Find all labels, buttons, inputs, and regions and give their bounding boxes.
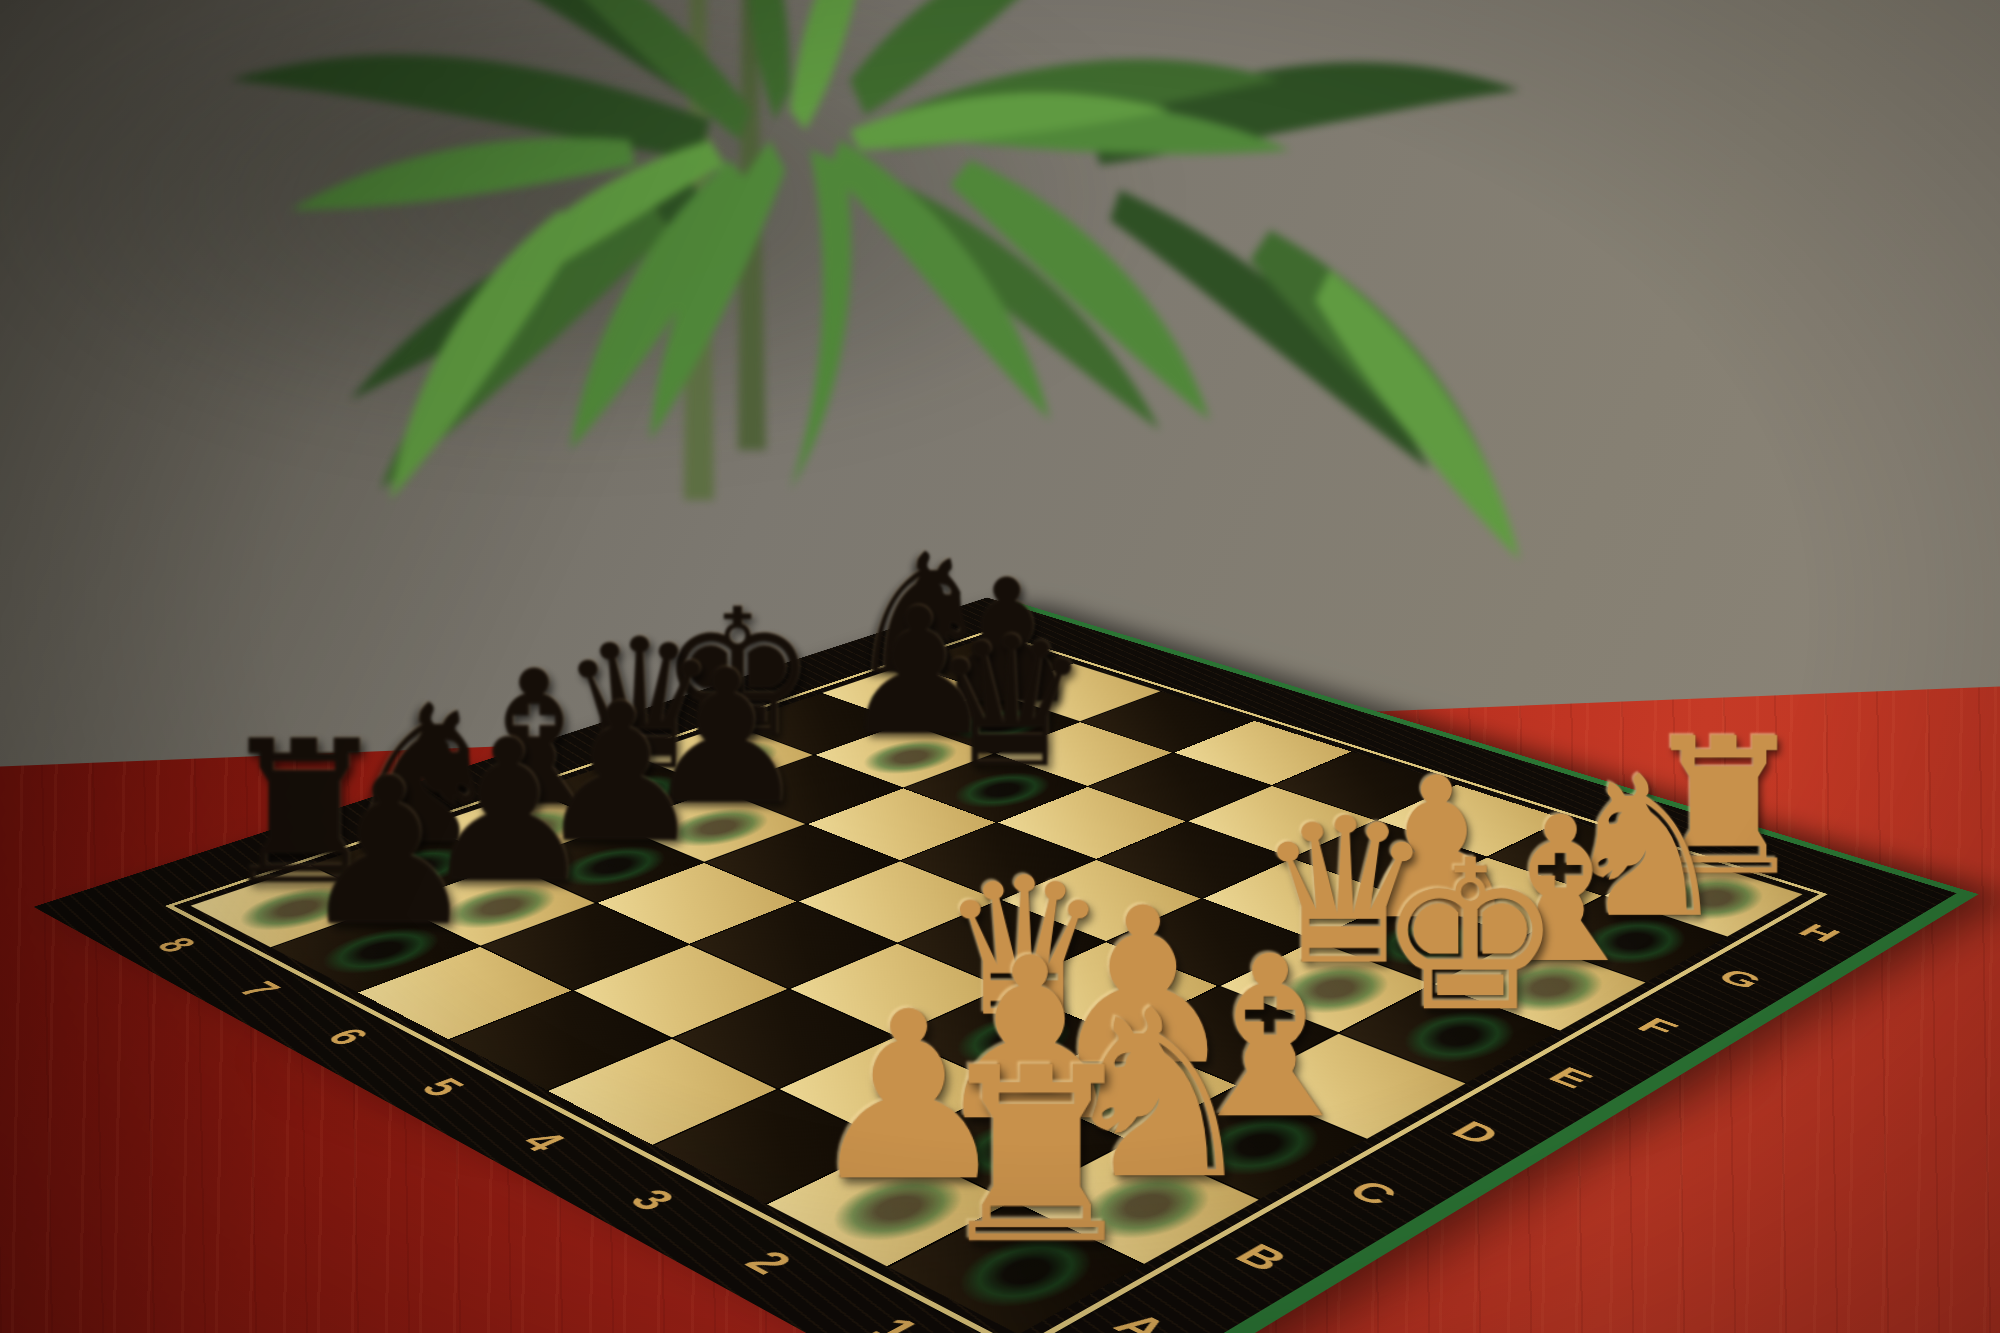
file-label-c: C bbox=[1336, 1174, 1409, 1211]
rank-label-8: 8 bbox=[145, 933, 208, 958]
black-pawn: ♟ bbox=[275, 750, 504, 954]
rank-label-3: 3 bbox=[617, 1183, 688, 1218]
white-rook: ♜ bbox=[896, 1036, 1178, 1277]
rank-label-2: 2 bbox=[733, 1244, 806, 1281]
rank-label-5: 5 bbox=[409, 1072, 477, 1102]
file-label-e: E bbox=[1539, 1062, 1603, 1093]
rank-label-4: 4 bbox=[509, 1126, 578, 1158]
file-label-d: D bbox=[1441, 1116, 1510, 1151]
square-f6: ♛ bbox=[904, 754, 1086, 822]
file-label-f: F bbox=[1628, 1013, 1687, 1041]
rank-label-1: 1 bbox=[858, 1310, 933, 1333]
file-label-h: H bbox=[1790, 920, 1849, 946]
rank-label-6: 6 bbox=[315, 1023, 381, 1051]
photo-scene: ♜♞♝♛♚♞♟♟♟♟♟♟♛♛♟♟♟♛♟♜♞♝♚♝♞♜ ABCDEFGH 8765… bbox=[0, 0, 2000, 1333]
file-label-b: B bbox=[1223, 1237, 1299, 1277]
black-queen: ♛ bbox=[909, 613, 1111, 793]
file-label-a: A bbox=[1101, 1306, 1181, 1333]
file-label-g: G bbox=[1708, 964, 1772, 993]
rank-label-7: 7 bbox=[227, 976, 292, 1002]
